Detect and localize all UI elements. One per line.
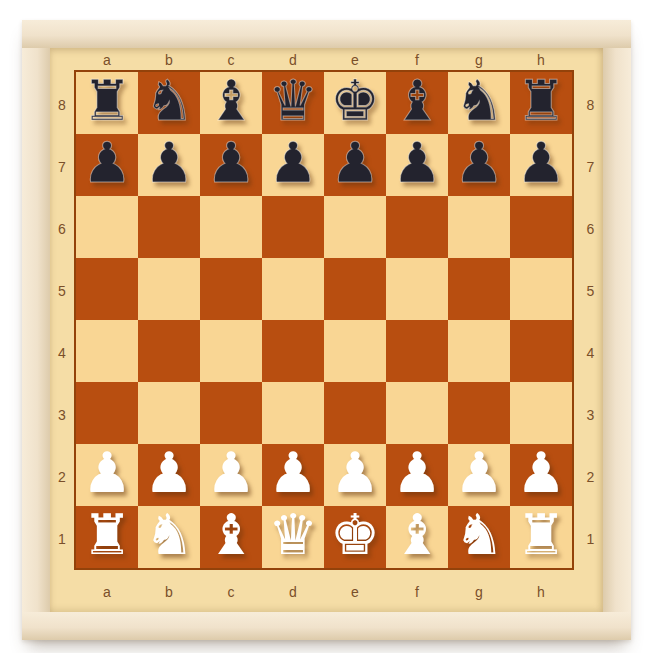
piece-white-rook[interactable]: ♜ bbox=[516, 507, 566, 563]
square-f6[interactable] bbox=[386, 196, 448, 258]
piece-white-bishop[interactable]: ♝ bbox=[206, 507, 256, 563]
file-label-top-h: h bbox=[510, 52, 572, 68]
piece-white-pawn[interactable]: ♟ bbox=[144, 445, 194, 501]
rank-label-right-1: 1 bbox=[578, 531, 603, 547]
piece-white-queen[interactable]: ♛ bbox=[268, 507, 318, 563]
square-c7[interactable]: ♟ bbox=[200, 134, 262, 196]
piece-black-bishop[interactable]: ♝ bbox=[206, 73, 256, 129]
piece-black-rook[interactable]: ♜ bbox=[82, 73, 132, 129]
square-a8[interactable]: ♜ bbox=[76, 72, 138, 134]
square-h4[interactable] bbox=[510, 320, 572, 382]
square-f5[interactable] bbox=[386, 258, 448, 320]
piece-black-pawn[interactable]: ♟ bbox=[268, 135, 318, 191]
rank-label-right-8: 8 bbox=[578, 97, 603, 113]
rank-label-left-6: 6 bbox=[50, 221, 74, 237]
file-label-bottom-b: b bbox=[138, 584, 200, 600]
square-e7[interactable]: ♟ bbox=[324, 134, 386, 196]
piece-black-bishop[interactable]: ♝ bbox=[392, 73, 442, 129]
square-a2[interactable]: ♟ bbox=[76, 444, 138, 506]
rank-label-right-3: 3 bbox=[578, 407, 603, 423]
square-h7[interactable]: ♟ bbox=[510, 134, 572, 196]
piece-white-pawn[interactable]: ♟ bbox=[330, 445, 380, 501]
square-c2[interactable]: ♟ bbox=[200, 444, 262, 506]
rank-labels-right: 87654321 bbox=[578, 74, 603, 570]
piece-white-king[interactable]: ♚ bbox=[330, 507, 380, 563]
square-f7[interactable]: ♟ bbox=[386, 134, 448, 196]
square-a6[interactable] bbox=[76, 196, 138, 258]
square-g8[interactable]: ♞ bbox=[448, 72, 510, 134]
square-f8[interactable]: ♝ bbox=[386, 72, 448, 134]
square-d6[interactable] bbox=[262, 196, 324, 258]
piece-white-pawn[interactable]: ♟ bbox=[392, 445, 442, 501]
square-b8[interactable]: ♞ bbox=[138, 72, 200, 134]
file-label-top-b: b bbox=[138, 52, 200, 68]
piece-black-rook[interactable]: ♜ bbox=[516, 73, 566, 129]
square-d2[interactable]: ♟ bbox=[262, 444, 324, 506]
frame-rail-left bbox=[22, 48, 51, 612]
piece-white-pawn[interactable]: ♟ bbox=[206, 445, 256, 501]
square-b2[interactable]: ♟ bbox=[138, 444, 200, 506]
piece-white-pawn[interactable]: ♟ bbox=[516, 445, 566, 501]
rank-label-left-8: 8 bbox=[50, 97, 74, 113]
square-h1[interactable]: ♜ bbox=[510, 506, 572, 568]
piece-black-pawn[interactable]: ♟ bbox=[82, 135, 132, 191]
board-grid: ♜♞♝♛♚♝♞♜♟♟♟♟♟♟♟♟♟♟♟♟♟♟♟♟♜♞♝♛♚♝♞♜ bbox=[74, 70, 574, 570]
frame-rail-bottom bbox=[22, 611, 631, 640]
square-h5[interactable] bbox=[510, 258, 572, 320]
piece-black-pawn[interactable]: ♟ bbox=[454, 135, 504, 191]
square-c6[interactable] bbox=[200, 196, 262, 258]
square-f4[interactable] bbox=[386, 320, 448, 382]
square-g5[interactable] bbox=[448, 258, 510, 320]
square-g2[interactable]: ♟ bbox=[448, 444, 510, 506]
rank-label-left-7: 7 bbox=[50, 159, 74, 175]
square-g3[interactable] bbox=[448, 382, 510, 444]
square-a4[interactable] bbox=[76, 320, 138, 382]
square-b4[interactable] bbox=[138, 320, 200, 382]
rank-labels-left: 87654321 bbox=[50, 74, 74, 570]
piece-black-queen[interactable]: ♛ bbox=[268, 73, 318, 129]
square-b6[interactable] bbox=[138, 196, 200, 258]
square-e1[interactable]: ♚ bbox=[324, 506, 386, 568]
file-label-bottom-c: c bbox=[200, 584, 262, 600]
file-label-bottom-a: a bbox=[76, 584, 138, 600]
piece-black-pawn[interactable]: ♟ bbox=[330, 135, 380, 191]
rank-label-right-2: 2 bbox=[578, 469, 603, 485]
piece-white-knight[interactable]: ♞ bbox=[454, 507, 504, 563]
piece-black-knight[interactable]: ♞ bbox=[454, 73, 504, 129]
file-label-top-c: c bbox=[200, 52, 262, 68]
file-label-bottom-e: e bbox=[324, 584, 386, 600]
square-d1[interactable]: ♛ bbox=[262, 506, 324, 568]
chess-board: abcdefgh abcdefgh 87654321 87654321 ♜♞♝♛… bbox=[50, 48, 603, 612]
square-d3[interactable] bbox=[262, 382, 324, 444]
piece-black-king[interactable]: ♚ bbox=[330, 73, 380, 129]
square-b5[interactable] bbox=[138, 258, 200, 320]
rank-label-left-1: 1 bbox=[50, 531, 74, 547]
rank-label-right-5: 5 bbox=[578, 283, 603, 299]
piece-black-pawn[interactable]: ♟ bbox=[516, 135, 566, 191]
square-a3[interactable] bbox=[76, 382, 138, 444]
piece-white-knight[interactable]: ♞ bbox=[144, 507, 194, 563]
file-label-bottom-h: h bbox=[510, 584, 572, 600]
file-label-top-e: e bbox=[324, 52, 386, 68]
file-label-top-a: a bbox=[76, 52, 138, 68]
square-c5[interactable] bbox=[200, 258, 262, 320]
rank-label-right-6: 6 bbox=[578, 221, 603, 237]
square-a7[interactable]: ♟ bbox=[76, 134, 138, 196]
frame-rail-top bbox=[22, 20, 631, 49]
square-d5[interactable] bbox=[262, 258, 324, 320]
square-h3[interactable] bbox=[510, 382, 572, 444]
rank-label-left-2: 2 bbox=[50, 469, 74, 485]
board-frame: abcdefgh abcdefgh 87654321 87654321 ♜♞♝♛… bbox=[22, 20, 631, 640]
file-labels-bottom: abcdefgh bbox=[76, 572, 572, 612]
piece-white-bishop[interactable]: ♝ bbox=[392, 507, 442, 563]
square-c1[interactable]: ♝ bbox=[200, 506, 262, 568]
square-e3[interactable] bbox=[324, 382, 386, 444]
square-d8[interactable]: ♛ bbox=[262, 72, 324, 134]
square-f3[interactable] bbox=[386, 382, 448, 444]
square-e5[interactable] bbox=[324, 258, 386, 320]
square-h2[interactable]: ♟ bbox=[510, 444, 572, 506]
square-a1[interactable]: ♜ bbox=[76, 506, 138, 568]
square-e2[interactable]: ♟ bbox=[324, 444, 386, 506]
square-g4[interactable] bbox=[448, 320, 510, 382]
square-c4[interactable] bbox=[200, 320, 262, 382]
square-h6[interactable] bbox=[510, 196, 572, 258]
piece-white-pawn[interactable]: ♟ bbox=[268, 445, 318, 501]
square-g1[interactable]: ♞ bbox=[448, 506, 510, 568]
square-e4[interactable] bbox=[324, 320, 386, 382]
piece-black-pawn[interactable]: ♟ bbox=[206, 135, 256, 191]
file-label-bottom-d: d bbox=[262, 584, 324, 600]
square-e6[interactable] bbox=[324, 196, 386, 258]
rank-label-right-7: 7 bbox=[578, 159, 603, 175]
square-b7[interactable]: ♟ bbox=[138, 134, 200, 196]
square-d7[interactable]: ♟ bbox=[262, 134, 324, 196]
square-g7[interactable]: ♟ bbox=[448, 134, 510, 196]
rank-label-left-5: 5 bbox=[50, 283, 74, 299]
file-label-top-f: f bbox=[386, 52, 448, 68]
file-label-top-g: g bbox=[448, 52, 510, 68]
square-a5[interactable] bbox=[76, 258, 138, 320]
square-c3[interactable] bbox=[200, 382, 262, 444]
piece-black-knight[interactable]: ♞ bbox=[144, 73, 194, 129]
piece-white-pawn[interactable]: ♟ bbox=[454, 445, 504, 501]
rank-label-left-3: 3 bbox=[50, 407, 74, 423]
square-c8[interactable]: ♝ bbox=[200, 72, 262, 134]
file-label-top-d: d bbox=[262, 52, 324, 68]
square-f1[interactable]: ♝ bbox=[386, 506, 448, 568]
square-e8[interactable]: ♚ bbox=[324, 72, 386, 134]
square-g6[interactable] bbox=[448, 196, 510, 258]
file-label-bottom-g: g bbox=[448, 584, 510, 600]
file-label-bottom-f: f bbox=[386, 584, 448, 600]
piece-black-pawn[interactable]: ♟ bbox=[392, 135, 442, 191]
square-d4[interactable] bbox=[262, 320, 324, 382]
product-photo: abcdefgh abcdefgh 87654321 87654321 ♜♞♝♛… bbox=[0, 0, 653, 653]
frame-rail-right bbox=[602, 48, 631, 612]
square-h8[interactable]: ♜ bbox=[510, 72, 572, 134]
square-b3[interactable] bbox=[138, 382, 200, 444]
square-f2[interactable]: ♟ bbox=[386, 444, 448, 506]
square-b1[interactable]: ♞ bbox=[138, 506, 200, 568]
piece-white-rook[interactable]: ♜ bbox=[82, 507, 132, 563]
rank-label-right-4: 4 bbox=[578, 345, 603, 361]
piece-white-pawn[interactable]: ♟ bbox=[82, 445, 132, 501]
rank-label-left-4: 4 bbox=[50, 345, 74, 361]
piece-black-pawn[interactable]: ♟ bbox=[144, 135, 194, 191]
